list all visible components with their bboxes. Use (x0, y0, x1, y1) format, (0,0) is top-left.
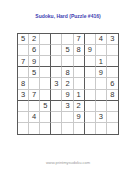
sudoku-cell-r9c2 (29, 123, 40, 134)
sudoku-cell-r7c2 (29, 101, 40, 112)
sudoku-cell-r6c8 (96, 90, 107, 101)
sudoku-cell-r9c3 (40, 123, 51, 134)
sudoku-cell-r1c1: 5 (18, 34, 29, 45)
sudoku-cell-r3c9 (107, 56, 118, 67)
sudoku-cell-r4c6 (74, 67, 85, 78)
sudoku-sheet: Sudoku, Hard (Puzzle #416) 5274365897915… (0, 0, 136, 176)
sudoku-cell-r9c6 (74, 123, 85, 134)
sudoku-cell-r5c2 (29, 78, 40, 89)
sudoku-cell-r6c9: 8 (107, 90, 118, 101)
sudoku-cell-r5c6 (74, 78, 85, 89)
sudoku-cell-r2c1 (18, 45, 29, 56)
sudoku-cell-r7c9 (107, 101, 118, 112)
sudoku-cell-r9c8 (96, 123, 107, 134)
sudoku-cell-r6c3 (40, 90, 51, 101)
sudoku-cell-r1c3 (40, 34, 51, 45)
sudoku-cell-r6c4 (51, 90, 62, 101)
sudoku-cell-r7c4 (51, 101, 62, 112)
sudoku-cell-r7c8 (96, 101, 107, 112)
sudoku-cell-r8c4 (51, 112, 62, 123)
sudoku-cell-r4c1 (18, 67, 29, 78)
sudoku-cell-r7c6: 2 (74, 101, 85, 112)
sudoku-cell-r1c4 (51, 34, 62, 45)
sudoku-cell-r5c4: 3 (51, 78, 62, 89)
sudoku-cell-r2c9 (107, 45, 118, 56)
sudoku-cell-r3c3 (40, 56, 51, 67)
sudoku-cell-r5c9: 6 (107, 78, 118, 89)
sudoku-cell-r5c8 (96, 78, 107, 89)
sudoku-cell-r8c6: 9 (74, 112, 85, 123)
sudoku-cell-r8c8: 3 (96, 112, 107, 123)
sudoku-cell-r6c1: 3 (18, 90, 29, 101)
sudoku-cell-r8c9 (107, 112, 118, 123)
footer-url: www.printmysudoku.com (0, 160, 136, 165)
sudoku-cell-r5c5: 2 (62, 78, 73, 89)
sudoku-cell-r3c6 (74, 56, 85, 67)
sudoku-cell-r7c7 (85, 101, 96, 112)
sudoku-cell-r1c5 (62, 34, 73, 45)
sudoku-cell-r7c5: 3 (62, 101, 73, 112)
sudoku-cell-r9c1 (18, 123, 29, 134)
sudoku-cell-r2c8 (96, 45, 107, 56)
sudoku-cell-r9c5 (62, 123, 73, 134)
sudoku-cell-r1c7 (85, 34, 96, 45)
sudoku-cell-r2c7: 9 (85, 45, 96, 56)
sudoku-cell-r6c7 (85, 90, 96, 101)
sudoku-cell-r4c5: 8 (62, 67, 73, 78)
sudoku-cell-r3c5 (62, 56, 73, 67)
sudoku-cell-r7c1 (18, 101, 29, 112)
sudoku-cell-r2c6: 8 (74, 45, 85, 56)
sudoku-cell-r1c9: 3 (107, 34, 118, 45)
sudoku-cell-r9c4 (51, 123, 62, 134)
sudoku-cell-r4c7 (85, 67, 96, 78)
sudoku-cell-r6c5: 9 (62, 90, 73, 101)
puzzle-title: Sudoku, Hard (Puzzle #416) (0, 13, 136, 19)
sudoku-cell-r4c8: 9 (96, 67, 107, 78)
sudoku-cell-r3c8: 1 (96, 56, 107, 67)
sudoku-cell-r1c8: 4 (96, 34, 107, 45)
sudoku-cell-r9c7 (85, 123, 96, 134)
sudoku-cell-r5c1: 8 (18, 78, 29, 89)
sudoku-cell-r3c4 (51, 56, 62, 67)
sudoku-cell-r6c2: 7 (29, 90, 40, 101)
sudoku-cell-r7c3: 5 (40, 101, 51, 112)
sudoku-cell-r4c4 (51, 67, 62, 78)
sudoku-cell-r8c1 (18, 112, 29, 123)
sudoku-cell-r6c6: 1 (74, 90, 85, 101)
sudoku-cell-r5c7 (85, 78, 96, 89)
sudoku-cell-r2c4 (51, 45, 62, 56)
sudoku-cell-r1c2: 2 (29, 34, 40, 45)
sudoku-cell-r9c9 (107, 123, 118, 134)
sudoku-cell-r4c2: 5 (29, 67, 40, 78)
sudoku-cell-r8c3 (40, 112, 51, 123)
sudoku-cell-r2c3 (40, 45, 51, 56)
sudoku-cell-r5c3 (40, 78, 51, 89)
sudoku-cell-r2c2: 6 (29, 45, 40, 56)
sudoku-cell-r2c5: 5 (62, 45, 73, 56)
sudoku-cell-r8c7 (85, 112, 96, 123)
sudoku-cell-r1c6: 7 (74, 34, 85, 45)
sudoku-cell-r3c1: 7 (18, 56, 29, 67)
sudoku-cell-r4c9 (107, 67, 118, 78)
sudoku-board: 527436589791589832637918532493 (17, 33, 119, 135)
sudoku-cell-r4c3 (40, 67, 51, 78)
sudoku-cell-r8c2: 4 (29, 112, 40, 123)
sudoku-cell-r3c7 (85, 56, 96, 67)
sudoku-cell-r3c2: 9 (29, 56, 40, 67)
sudoku-cell-r8c5 (62, 112, 73, 123)
